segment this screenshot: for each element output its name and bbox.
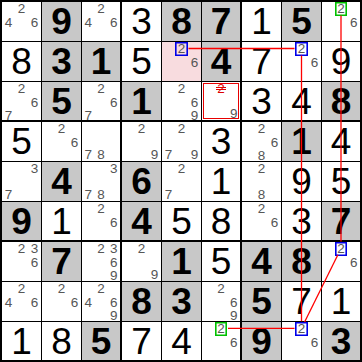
cell-r4c5[interactable]: 279 [162, 122, 201, 161]
solved-digit: 4 [162, 322, 201, 360]
cell-r6c4[interactable]: 4 [122, 202, 161, 240]
cell-r4c8[interactable]: 1 [282, 122, 321, 161]
cell-r6c7[interactable]: 26 [242, 202, 281, 240]
candidate-empty [268, 202, 281, 216]
given-digit: 1 [122, 82, 161, 120]
cell-r1c6[interactable]: 7 [202, 2, 240, 41]
candidate-grid: 29 [202, 82, 240, 120]
candidate-grid: 246 [82, 2, 120, 41]
cell-r2c1[interactable]: 8 [2, 42, 41, 81]
cell-r3c7[interactable]: 3 [242, 82, 281, 120]
cell-r5c6[interactable]: 1 [202, 162, 240, 201]
candidate-empty [95, 229, 108, 240]
candidate-empty [227, 322, 240, 336]
candidate-empty [15, 96, 28, 110]
given-digit: 9 [42, 2, 81, 41]
candidate-4: 4 [2, 16, 15, 30]
candidate-empty [122, 268, 135, 282]
solved-digit: 4 [282, 82, 321, 120]
candidate-2: 2 [95, 82, 108, 96]
solved-digit: 1 [202, 162, 240, 201]
candidate-empty [162, 56, 175, 70]
cell-r2c3[interactable]: 1 [82, 42, 120, 81]
solved-digit: 5 [2, 122, 41, 161]
cell-r2c8[interactable]: 26 [282, 42, 321, 81]
candidate-6: 6 [107, 296, 120, 310]
candidate-empty [347, 2, 360, 16]
candidate-2: 2 [15, 282, 28, 296]
solved-digit: 7 [242, 42, 281, 81]
candidate-empty [95, 29, 108, 41]
cell-r6c8[interactable]: 3 [282, 202, 321, 240]
cell-r1c8[interactable]: 5 [282, 2, 321, 41]
candidate-empty [295, 69, 308, 81]
candidate-8: 8 [255, 188, 268, 202]
given-digit: 3 [42, 42, 81, 81]
candidate-empty [268, 122, 281, 136]
cell-r9c3[interactable]: 5 [82, 322, 120, 360]
candidate-empty [2, 96, 15, 110]
candidate-6: 6 [107, 96, 120, 110]
cell-r6c9[interactable]: 7 [322, 202, 360, 240]
candidate-empty [95, 296, 108, 310]
solved-digit: 8 [42, 322, 81, 360]
candidate-empty [107, 188, 120, 202]
cell-r9c4[interactable]: 7 [122, 322, 161, 360]
candidate-6: 6 [107, 256, 120, 270]
candidate-empty [107, 135, 120, 148]
candidate-2: 2 [175, 162, 188, 176]
candidate-empty [175, 136, 188, 148]
cell-r8c5[interactable]: 3 [162, 282, 201, 321]
candidate-9: 9 [107, 269, 120, 283]
candidate-2: 2 [15, 82, 28, 96]
given-digit: 8 [122, 282, 161, 321]
candidate-grid: 26 [162, 42, 201, 81]
candidate-empty [227, 349, 240, 360]
cell-r7c9[interactable]: 26 [322, 242, 360, 281]
candidate-2: 2 [175, 42, 188, 56]
candidate-empty [188, 122, 201, 136]
cell-r2c5[interactable]: 26 [162, 42, 201, 81]
candidate-6: 6 [268, 216, 281, 230]
candidate-6: 6 [28, 296, 41, 310]
candidate-empty [347, 29, 360, 41]
cell-r4c9[interactable]: 4 [322, 122, 360, 161]
candidate-4: 4 [2, 296, 15, 310]
candidate-2: 2 [95, 202, 108, 216]
cell-r8c2[interactable]: 26 [42, 282, 81, 321]
candidate-empty [42, 136, 55, 150]
candidate-empty [227, 82, 240, 96]
cell-r8c3[interactable]: 2469 [82, 282, 120, 321]
candidate-empty [15, 256, 28, 270]
candidate-empty [42, 309, 55, 321]
solved-digit: 9 [322, 42, 360, 81]
candidate-empty [282, 336, 295, 350]
candidate-empty [282, 349, 295, 360]
candidate-6: 6 [268, 136, 281, 150]
candidate-empty [95, 135, 108, 148]
given-digit: 5 [82, 322, 120, 360]
candidate-empty [28, 188, 41, 202]
cell-r3c1[interactable]: 267 [2, 82, 41, 120]
cell-r2c4[interactable]: 5 [122, 42, 161, 81]
cell-r4c4[interactable]: 29 [122, 122, 161, 161]
cell-r1c5[interactable]: 8 [162, 2, 201, 41]
cell-r1c7[interactable]: 1 [242, 2, 281, 41]
cell-r7c5[interactable]: 1 [162, 242, 201, 281]
cell-r2c2[interactable]: 3 [42, 42, 81, 81]
given-digit: 7 [42, 242, 81, 281]
candidate-empty [2, 269, 15, 281]
candidate-2: 2 [295, 322, 308, 336]
candidate-empty [202, 322, 215, 336]
candidate-empty [282, 42, 295, 56]
candidate-2: 2 [15, 242, 28, 256]
candidate-empty [55, 309, 68, 321]
candidate-empty [148, 136, 161, 148]
candidate-empty [135, 268, 148, 282]
solved-digit: 7 [122, 322, 161, 360]
given-digit: 5 [242, 282, 281, 321]
candidate-empty [335, 29, 348, 41]
cell-r5c4[interactable]: 6 [122, 162, 161, 201]
cell-r3c2[interactable]: 5 [42, 82, 81, 120]
candidate-empty [122, 122, 135, 136]
candidate-empty [162, 162, 175, 176]
candidate-6: 6 [227, 336, 240, 350]
cell-r6c3[interactable]: 26 [82, 202, 120, 240]
candidate-empty [15, 188, 28, 202]
cell-r9c9[interactable]: 3 [322, 322, 360, 360]
cell-r9c7[interactable]: 9 [242, 322, 281, 360]
candidate-6: 6 [28, 16, 41, 30]
candidate-empty [215, 96, 228, 107]
cell-r9c5[interactable]: 4 [162, 322, 201, 360]
candidate-empty [322, 269, 335, 281]
candidate-empty [15, 29, 28, 41]
candidate-2: 2 [255, 122, 268, 136]
candidate-empty [68, 122, 81, 136]
cell-r1c1[interactable]: 246 [2, 2, 41, 41]
candidate-grid: 26 [282, 322, 321, 360]
candidate-grid: 29 [122, 122, 161, 161]
candidate-empty [242, 176, 255, 188]
cell-r3c9[interactable]: 8 [322, 82, 360, 120]
cell-r3c4[interactable]: 1 [122, 82, 161, 120]
cell-r6c1[interactable]: 9 [2, 202, 41, 240]
candidate-grid: 279 [162, 122, 201, 161]
candidate-empty [227, 282, 240, 296]
cell-r3c6[interactable]: 29 [202, 82, 240, 120]
cell-r1c9[interactable]: 26 [322, 2, 360, 41]
candidate-empty [2, 309, 15, 321]
candidate-empty [188, 136, 201, 148]
cell-r5c1[interactable]: 37 [2, 162, 41, 201]
candidate-6: 6 [68, 296, 81, 310]
cell-r7c3[interactable]: 2369 [82, 242, 120, 281]
candidate-empty [188, 176, 201, 188]
candidate-empty [15, 269, 28, 281]
candidate-9: 9 [188, 109, 201, 123]
candidate-grid: 26 [82, 202, 120, 240]
candidate-empty [2, 242, 15, 256]
cell-r4c7[interactable]: 268 [242, 122, 281, 161]
candidate-empty [295, 56, 308, 70]
cell-r8c9[interactable]: 1 [322, 282, 360, 321]
candidate-2: 2 [55, 122, 68, 136]
candidate-grid: 267 [82, 82, 120, 120]
candidate-empty [162, 42, 175, 56]
cell-r6c5[interactable]: 5 [162, 202, 201, 240]
candidate-empty [2, 176, 15, 188]
solved-digit: 3 [122, 2, 161, 41]
candidate-empty [95, 162, 108, 176]
candidate-empty [202, 336, 215, 350]
candidate-empty [15, 309, 28, 321]
candidate-empty [322, 29, 335, 41]
cell-r1c3[interactable]: 246 [82, 2, 120, 41]
candidate-empty [135, 148, 148, 162]
candidate-empty [82, 135, 95, 148]
candidate-empty [255, 176, 268, 188]
candidate-empty [42, 296, 55, 310]
given-digit: 8 [162, 2, 201, 41]
sudoku-board: 2469246387152683152647269267526712692934… [0, 0, 362, 362]
candidate-7: 7 [162, 188, 175, 202]
solved-digit: 3 [282, 202, 321, 240]
cell-r8c7[interactable]: 5 [242, 282, 281, 321]
candidate-empty [268, 176, 281, 188]
candidate-4: 4 [82, 296, 95, 310]
cell-r6c2[interactable]: 1 [42, 202, 81, 240]
solved-digit: 1 [322, 282, 360, 321]
candidate-empty [82, 202, 95, 216]
candidate-grid: 29 [122, 242, 161, 281]
candidate-empty [268, 188, 281, 202]
candidate-empty [15, 16, 28, 30]
cell-r4c2[interactable]: 26 [42, 122, 81, 161]
candidate-empty [162, 109, 175, 123]
candidate-2: 2 [55, 282, 68, 296]
solved-digit: 5 [122, 42, 161, 81]
candidate-empty [308, 349, 321, 360]
cell-r7c2[interactable]: 7 [42, 242, 81, 281]
candidate-empty [242, 229, 255, 240]
candidate-9: 9 [227, 309, 240, 323]
candidate-grid: 269 [202, 282, 240, 321]
cell-r9c2[interactable]: 8 [42, 322, 81, 360]
cell-r8c8[interactable]: 7 [282, 282, 321, 321]
candidate-empty [107, 109, 120, 123]
cell-r5c3[interactable]: 378 [82, 162, 120, 201]
candidate-empty [107, 82, 120, 96]
candidate-empty [202, 349, 215, 360]
solved-digit: 3 [202, 122, 240, 161]
solved-digit: 7 [282, 282, 321, 321]
given-digit: 4 [242, 242, 281, 281]
candidate-empty [322, 16, 335, 30]
candidate-empty [135, 256, 148, 268]
candidate-6: 6 [308, 56, 321, 70]
candidate-grid: 268 [242, 122, 281, 161]
candidate-2: 2 [135, 122, 148, 136]
candidate-6: 6 [107, 16, 120, 30]
candidate-empty [28, 29, 41, 41]
cell-r5c8[interactable]: 9 [282, 162, 321, 201]
candidate-6: 6 [188, 56, 201, 70]
candidate-grid: 236 [2, 242, 41, 281]
candidate-empty [215, 336, 228, 350]
candidate-empty [242, 122, 255, 136]
candidate-empty [95, 109, 108, 123]
candidate-empty [175, 56, 188, 70]
candidate-empty [2, 82, 15, 96]
cell-r2c7[interactable]: 7 [242, 42, 281, 81]
given-digit: 4 [202, 42, 240, 81]
solved-digit: 5 [322, 162, 360, 201]
cell-r5c5[interactable]: 27 [162, 162, 201, 201]
candidate-empty [202, 96, 215, 107]
given-digit: 8 [282, 242, 321, 281]
candidate-empty [82, 242, 95, 256]
cell-r7c7[interactable]: 4 [242, 242, 281, 281]
candidate-grid: 26 [202, 322, 240, 360]
solved-digit: 4 [322, 122, 360, 161]
candidate-7: 7 [82, 188, 95, 202]
candidate-empty [95, 256, 108, 270]
candidate-empty [2, 2, 15, 16]
candidate-grid: 78 [82, 122, 120, 161]
candidate-6: 6 [188, 96, 201, 110]
candidate-2: 2 [95, 282, 108, 296]
candidate-8: 8 [95, 148, 108, 162]
candidate-empty [82, 229, 95, 240]
given-digit: 3 [162, 282, 201, 321]
cell-r1c2[interactable]: 9 [42, 2, 81, 41]
cell-r9c1[interactable]: 1 [2, 322, 41, 360]
cell-r4c6[interactable]: 3 [202, 122, 240, 161]
candidate-empty [82, 216, 95, 230]
candidate-7: 7 [82, 109, 95, 123]
cell-r8c1[interactable]: 246 [2, 282, 41, 321]
candidate-empty [107, 148, 120, 162]
candidate-empty [162, 96, 175, 110]
cell-r5c7[interactable]: 28 [242, 162, 281, 201]
candidate-empty [255, 216, 268, 230]
cell-r7c4[interactable]: 29 [122, 242, 161, 281]
candidate-empty [2, 162, 15, 176]
cell-r3c5[interactable]: 269 [162, 82, 201, 120]
candidate-grid: 28 [242, 162, 281, 201]
candidate-empty [82, 162, 95, 176]
cell-r5c9[interactable]: 5 [322, 162, 360, 201]
candidate-2: 2 [335, 2, 348, 16]
candidate-grid: 26 [42, 282, 81, 321]
candidate-empty [2, 282, 15, 296]
candidate-empty [255, 229, 268, 240]
given-digit: 1 [82, 42, 120, 81]
given-digit: 1 [282, 122, 321, 161]
candidate-empty [202, 309, 215, 323]
cell-r9c8[interactable]: 26 [282, 322, 321, 360]
candidate-empty [255, 136, 268, 150]
candidate-empty [175, 69, 188, 81]
candidate-2: 2 [215, 82, 228, 96]
candidate-grid: 269 [162, 82, 201, 120]
candidate-empty [28, 269, 41, 281]
candidate-empty [188, 82, 201, 96]
candidate-empty [55, 149, 68, 161]
cell-r7c6[interactable]: 5 [202, 242, 240, 281]
candidate-empty [135, 136, 148, 148]
candidate-empty [107, 29, 120, 41]
candidate-empty [107, 282, 120, 296]
candidate-empty [282, 322, 295, 336]
candidate-empty [28, 176, 41, 188]
candidate-empty [95, 16, 108, 30]
candidate-empty [335, 269, 348, 281]
cell-r3c8[interactable]: 4 [282, 82, 321, 120]
cell-r7c1[interactable]: 236 [2, 242, 41, 281]
cell-r2c6[interactable]: 4 [202, 42, 240, 81]
cell-r8c4[interactable]: 8 [122, 282, 161, 321]
given-digit: 8 [322, 82, 360, 120]
cell-r7c8[interactable]: 8 [282, 242, 321, 281]
candidate-grid: 378 [82, 162, 120, 201]
cell-r4c3[interactable]: 78 [82, 122, 120, 161]
candidate-3: 3 [28, 162, 41, 176]
candidate-empty [107, 229, 120, 240]
cell-r1c4[interactable]: 3 [122, 2, 161, 41]
candidate-empty [15, 296, 28, 310]
candidate-empty [162, 136, 175, 148]
candidate-empty [122, 242, 135, 256]
candidate-2: 2 [95, 2, 108, 16]
candidate-empty [55, 136, 68, 150]
candidate-empty [188, 162, 201, 176]
candidate-empty [295, 336, 308, 350]
candidate-empty [335, 256, 348, 270]
candidate-3: 3 [28, 242, 41, 256]
candidate-empty [148, 256, 161, 268]
candidate-empty [162, 122, 175, 136]
candidate-empty [282, 69, 295, 81]
candidate-empty [15, 176, 28, 188]
candidate-empty [268, 149, 281, 163]
cell-r5c2[interactable]: 4 [42, 162, 81, 201]
candidate-empty [42, 149, 55, 161]
candidate-empty [82, 256, 95, 270]
candidate-9: 9 [148, 268, 161, 282]
candidate-6: 6 [308, 336, 321, 350]
candidate-empty [175, 188, 188, 202]
cell-r9c6[interactable]: 26 [202, 322, 240, 360]
cell-r8c6[interactable]: 269 [202, 282, 240, 321]
candidate-empty [82, 269, 95, 283]
cell-r6c6[interactable]: 8 [202, 202, 240, 240]
candidate-empty [268, 229, 281, 240]
candidate-6: 6 [107, 216, 120, 230]
cell-r3c3[interactable]: 267 [82, 82, 120, 120]
candidate-grid: 2369 [82, 242, 120, 281]
cell-r2c9[interactable]: 9 [322, 42, 360, 81]
candidate-empty [322, 242, 335, 256]
cell-r4c1[interactable]: 5 [2, 122, 41, 161]
candidate-empty [322, 2, 335, 16]
candidate-empty [68, 149, 81, 161]
